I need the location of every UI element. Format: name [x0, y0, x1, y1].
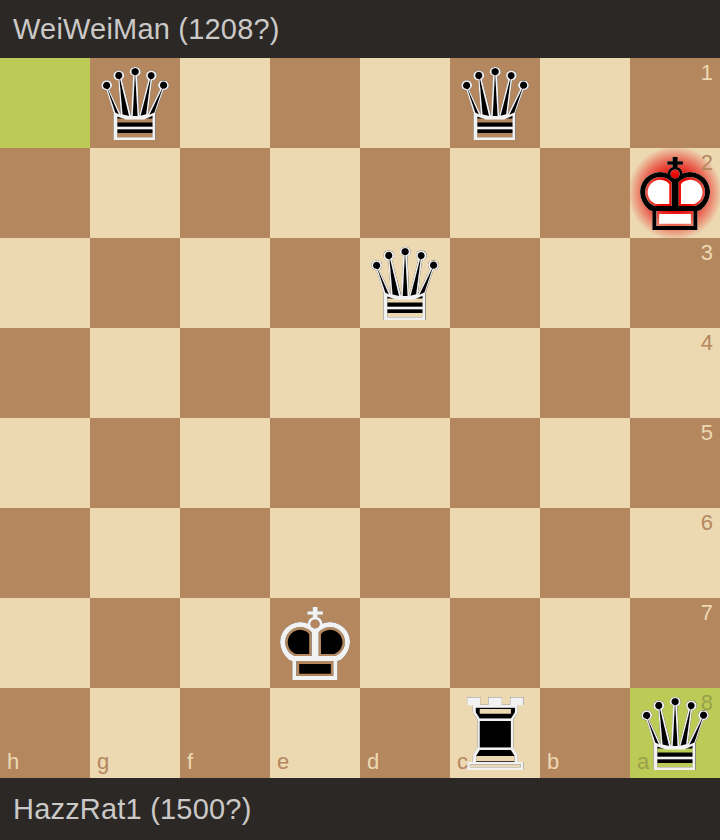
square-g6[interactable] [90, 508, 180, 598]
square-d2[interactable] [360, 148, 450, 238]
square-h5[interactable] [0, 418, 90, 508]
square-e1[interactable] [270, 58, 360, 148]
square-d8[interactable]: d [360, 688, 450, 778]
square-a7[interactable]: 7 [630, 598, 720, 688]
rank-label-3: 3 [701, 242, 713, 264]
square-h6[interactable] [0, 508, 90, 598]
file-label-h: h [7, 751, 19, 773]
square-a5[interactable]: 5 [630, 418, 720, 508]
rank-label-8: 8 [701, 692, 713, 714]
square-f4[interactable] [180, 328, 270, 418]
rank-label-5: 5 [701, 422, 713, 444]
square-a2[interactable]: ♚♔2 [630, 148, 720, 238]
player-name-bottom: HazzRat1 (1500?) [13, 793, 252, 826]
square-a1[interactable]: 1 [630, 58, 720, 148]
black-queen-piece[interactable]: ♛♕ [90, 58, 180, 148]
rank-label-2: 2 [701, 152, 713, 174]
black-queen-piece[interactable]: ♛♕ [360, 238, 450, 328]
square-f6[interactable] [180, 508, 270, 598]
rank-label-6: 6 [701, 512, 713, 534]
black-queen-piece[interactable]: ♛♕ [450, 58, 540, 148]
square-g8[interactable]: g [90, 688, 180, 778]
square-c3[interactable] [450, 238, 540, 328]
square-g1[interactable]: ♛♕ [90, 58, 180, 148]
rank-label-4: 4 [701, 332, 713, 354]
square-e7[interactable]: ♚♔ [270, 598, 360, 688]
square-e2[interactable] [270, 148, 360, 238]
file-label-c: c [457, 751, 468, 773]
square-b6[interactable] [540, 508, 630, 598]
file-label-g: g [97, 751, 109, 773]
file-label-a: a [637, 751, 649, 773]
square-d6[interactable] [360, 508, 450, 598]
square-b2[interactable] [540, 148, 630, 238]
square-h8[interactable]: h [0, 688, 90, 778]
rank-label-7: 7 [701, 602, 713, 624]
square-b8[interactable]: b [540, 688, 630, 778]
square-e6[interactable] [270, 508, 360, 598]
square-g4[interactable] [90, 328, 180, 418]
rank-label-1: 1 [701, 62, 713, 84]
square-f8[interactable]: f [180, 688, 270, 778]
square-d7[interactable] [360, 598, 450, 688]
square-e3[interactable] [270, 238, 360, 328]
square-c6[interactable] [450, 508, 540, 598]
square-a6[interactable]: 6 [630, 508, 720, 598]
square-c5[interactable] [450, 418, 540, 508]
square-f2[interactable] [180, 148, 270, 238]
player-name-top: WeiWeiMan (1208?) [13, 13, 280, 46]
file-label-f: f [187, 751, 193, 773]
square-g7[interactable] [90, 598, 180, 688]
square-c7[interactable] [450, 598, 540, 688]
square-h2[interactable] [0, 148, 90, 238]
square-b7[interactable] [540, 598, 630, 688]
square-h1[interactable] [0, 58, 90, 148]
square-c8[interactable]: ♜♖c [450, 688, 540, 778]
square-d1[interactable] [360, 58, 450, 148]
square-g5[interactable] [90, 418, 180, 508]
square-f5[interactable] [180, 418, 270, 508]
square-g3[interactable] [90, 238, 180, 328]
file-label-b: b [547, 751, 559, 773]
square-h4[interactable] [0, 328, 90, 418]
square-f3[interactable] [180, 238, 270, 328]
player-bar-bottom: HazzRat1 (1500?) [0, 778, 720, 840]
square-d5[interactable] [360, 418, 450, 508]
square-e4[interactable] [270, 328, 360, 418]
square-b3[interactable] [540, 238, 630, 328]
square-d3[interactable]: ♛♕ [360, 238, 450, 328]
square-f1[interactable] [180, 58, 270, 148]
file-label-d: d [367, 751, 379, 773]
square-c1[interactable]: ♛♕ [450, 58, 540, 148]
square-e5[interactable] [270, 418, 360, 508]
square-a4[interactable]: 4 [630, 328, 720, 418]
square-b4[interactable] [540, 328, 630, 418]
file-label-e: e [277, 751, 289, 773]
square-c4[interactable] [450, 328, 540, 418]
square-a8[interactable]: ♛♕8a [630, 688, 720, 778]
chess-board[interactable]: ♛♕♛♕1♚♔2♛♕3456♚♔7hgfed♜♖cb♛♕8a [0, 58, 720, 778]
square-f7[interactable] [180, 598, 270, 688]
square-h3[interactable] [0, 238, 90, 328]
black-king-piece[interactable]: ♚♔ [270, 598, 360, 688]
square-b5[interactable] [540, 418, 630, 508]
square-b1[interactable] [540, 58, 630, 148]
square-h7[interactable] [0, 598, 90, 688]
